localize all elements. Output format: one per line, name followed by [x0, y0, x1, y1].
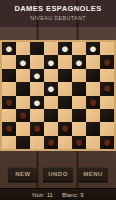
black-count-label: Noir: 11: [32, 192, 53, 198]
square-d1[interactable]: ●: [44, 136, 58, 149]
page-title: DAMES ESPAGNOLES: [0, 4, 116, 13]
black-man-g4[interactable]: ●: [89, 95, 97, 108]
undo-button[interactable]: UNDO: [43, 167, 73, 182]
square-e2[interactable]: ●: [58, 122, 72, 135]
black-man-e2[interactable]: ●: [61, 122, 69, 135]
square-f5[interactable]: [72, 82, 86, 95]
square-b2: [16, 122, 30, 135]
square-f6: [72, 69, 86, 82]
square-b5[interactable]: [16, 82, 30, 95]
square-c8[interactable]: [30, 42, 44, 55]
white-man-d5[interactable]: ●: [47, 82, 55, 95]
square-e6[interactable]: [58, 69, 72, 82]
square-d7[interactable]: ●: [44, 55, 58, 68]
square-b3[interactable]: ●: [16, 109, 30, 122]
square-e8[interactable]: ●: [58, 42, 72, 55]
app-window: DAMES ESPAGNOLES NIVEAU DEBUTANT ●●●●●●●…: [0, 0, 116, 200]
square-g2[interactable]: [86, 122, 100, 135]
black-man-a2[interactable]: ●: [5, 122, 13, 135]
square-b6: [16, 69, 30, 82]
square-c4[interactable]: ●: [30, 96, 44, 109]
square-b1[interactable]: [16, 136, 30, 149]
square-b7[interactable]: ●: [16, 55, 30, 68]
black-man-h5[interactable]: ●: [103, 82, 111, 95]
square-a4[interactable]: ●: [2, 96, 16, 109]
square-h7[interactable]: ●: [100, 55, 114, 68]
square-f4: [72, 96, 86, 109]
square-h5[interactable]: ●: [100, 82, 114, 95]
square-d3[interactable]: [44, 109, 58, 122]
square-d5[interactable]: ●: [44, 82, 58, 95]
square-g1: [86, 136, 100, 149]
white-man-f7[interactable]: ●: [75, 55, 83, 68]
black-man-h1[interactable]: ●: [103, 135, 111, 148]
white-man-b7[interactable]: ●: [19, 55, 27, 68]
square-g3: [86, 109, 100, 122]
square-c6[interactable]: ●: [30, 69, 44, 82]
square-f1[interactable]: ●: [72, 136, 86, 149]
square-g4[interactable]: ●: [86, 96, 100, 109]
button-bar: NEW UNDO MENU: [8, 167, 108, 182]
white-man-g8[interactable]: ●: [89, 42, 97, 55]
square-d4: [44, 96, 58, 109]
black-man-f1[interactable]: ●: [75, 135, 83, 148]
status-bar: Noir: 11 Blanc: 9: [0, 188, 116, 200]
square-a7: [2, 55, 16, 68]
white-man-d7[interactable]: ●: [47, 55, 55, 68]
square-c2[interactable]: ●: [30, 122, 44, 135]
square-g8[interactable]: ●: [86, 42, 100, 55]
square-a8[interactable]: ●: [2, 42, 16, 55]
square-f7[interactable]: ●: [72, 55, 86, 68]
square-h1[interactable]: ●: [100, 136, 114, 149]
board[interactable]: ●●●●●●●●●●●●●●●●●●●●: [0, 40, 116, 151]
square-g7: [86, 55, 100, 68]
black-man-a4[interactable]: ●: [5, 95, 13, 108]
square-h3[interactable]: [100, 109, 114, 122]
black-man-d1[interactable]: ●: [47, 135, 55, 148]
white-man-c4[interactable]: ●: [33, 95, 41, 108]
square-a6[interactable]: [2, 69, 16, 82]
white-man-e8[interactable]: ●: [61, 42, 69, 55]
black-man-b3[interactable]: ●: [19, 109, 27, 122]
menu-button[interactable]: MENU: [78, 167, 108, 182]
square-a2[interactable]: ●: [2, 122, 16, 135]
square-e1: [58, 136, 72, 149]
square-e5: [58, 82, 72, 95]
white-man-c6[interactable]: ●: [33, 68, 41, 81]
square-e7: [58, 55, 72, 68]
level-subtitle: NIVEAU DEBUTANT: [0, 15, 116, 21]
white-man-a8[interactable]: ●: [5, 42, 13, 55]
square-e4[interactable]: [58, 96, 72, 109]
square-f3[interactable]: [72, 109, 86, 122]
black-man-c2[interactable]: ●: [33, 122, 41, 135]
black-man-h7[interactable]: ●: [103, 55, 111, 68]
white-count-label: Blanc: 9: [62, 192, 84, 198]
square-g6[interactable]: [86, 69, 100, 82]
square-a1: [2, 136, 16, 149]
square-h4: [100, 96, 114, 109]
square-c1: [30, 136, 44, 149]
new-button[interactable]: NEW: [8, 167, 38, 182]
